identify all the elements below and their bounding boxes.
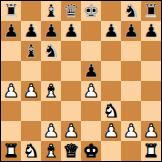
black-rook: ♜: [143, 2, 159, 20]
square-a1[interactable]: ♜: [1, 141, 21, 161]
square-e6[interactable]: [81, 41, 101, 61]
square-f7[interactable]: ♟: [101, 21, 121, 41]
black-pawn: ♟: [123, 22, 139, 40]
black-rook: ♜: [3, 2, 19, 20]
square-d3[interactable]: [61, 101, 81, 121]
square-a4[interactable]: ♟: [1, 81, 21, 101]
white-knight: ♞: [23, 142, 39, 160]
square-g6[interactable]: [121, 41, 141, 61]
white-pawn: ♟: [83, 82, 99, 100]
square-f8[interactable]: [101, 1, 121, 21]
square-d8[interactable]: ♛: [61, 1, 81, 21]
square-h2[interactable]: ♟: [141, 121, 161, 141]
square-a8[interactable]: ♜: [1, 1, 21, 21]
black-pawn: ♟: [3, 22, 19, 40]
square-e3[interactable]: [81, 101, 101, 121]
square-h8[interactable]: ♜: [141, 1, 161, 21]
square-d7[interactable]: ♟: [61, 21, 81, 41]
square-g3[interactable]: [121, 101, 141, 121]
black-knight: ♞: [123, 2, 139, 20]
square-h1[interactable]: ♜: [141, 141, 161, 161]
square-b1[interactable]: ♞: [21, 141, 41, 161]
square-d5[interactable]: [61, 61, 81, 81]
square-e2[interactable]: [81, 121, 101, 141]
white-pawn: ♟: [3, 82, 19, 100]
chessboard-screenshot: ♜♝♛♚♞♜♟♟♟♟♟♟♟♝♞♟♟♟♝♟♞♟♟♟♟♟♜♞♝♛♚♜: [0, 0, 162, 162]
square-f5[interactable]: [101, 61, 121, 81]
white-rook: ♜: [3, 142, 19, 160]
black-pawn: ♟: [43, 22, 59, 40]
square-c4[interactable]: ♝: [41, 81, 61, 101]
square-g7[interactable]: ♟: [121, 21, 141, 41]
black-king: ♚: [83, 2, 99, 20]
square-g8[interactable]: ♞: [121, 1, 141, 21]
square-e4[interactable]: ♟: [81, 81, 101, 101]
square-e1[interactable]: ♚: [81, 141, 101, 161]
square-b3[interactable]: [21, 101, 41, 121]
white-knight: ♞: [103, 102, 119, 120]
square-g1[interactable]: [121, 141, 141, 161]
square-e8[interactable]: ♚: [81, 1, 101, 21]
square-a7[interactable]: ♟: [1, 21, 21, 41]
white-bishop: ♝: [43, 142, 59, 160]
square-c8[interactable]: ♝: [41, 1, 61, 21]
square-c3[interactable]: [41, 101, 61, 121]
white-bishop: ♝: [43, 82, 59, 100]
square-a5[interactable]: [1, 61, 21, 81]
black-pawn: ♟: [103, 22, 119, 40]
square-f6[interactable]: [101, 41, 121, 61]
square-d4[interactable]: [61, 81, 81, 101]
white-rook: ♜: [143, 142, 159, 160]
black-pawn: ♟: [143, 22, 159, 40]
black-knight: ♞: [43, 42, 59, 60]
square-e7[interactable]: [81, 21, 101, 41]
square-h5[interactable]: [141, 61, 161, 81]
square-d6[interactable]: [61, 41, 81, 61]
white-pawn: ♟: [63, 122, 79, 140]
white-pawn: ♟: [143, 122, 159, 140]
square-g2[interactable]: ♟: [121, 121, 141, 141]
black-pawn: ♟: [23, 22, 39, 40]
square-f2[interactable]: ♟: [101, 121, 121, 141]
square-h7[interactable]: ♟: [141, 21, 161, 41]
square-f3[interactable]: ♞: [101, 101, 121, 121]
chess-board: ♜♝♛♚♞♜♟♟♟♟♟♟♟♝♞♟♟♟♝♟♞♟♟♟♟♟♜♞♝♛♚♜: [0, 0, 162, 162]
square-c6[interactable]: ♞: [41, 41, 61, 61]
black-pawn: ♟: [63, 22, 79, 40]
square-g4[interactable]: [121, 81, 141, 101]
square-g5[interactable]: [121, 61, 141, 81]
square-b4[interactable]: ♟: [21, 81, 41, 101]
black-queen: ♛: [63, 2, 79, 20]
white-king: ♚: [83, 142, 99, 160]
square-h4[interactable]: [141, 81, 161, 101]
square-c5[interactable]: [41, 61, 61, 81]
square-e5[interactable]: ♟: [81, 61, 101, 81]
square-b7[interactable]: ♟: [21, 21, 41, 41]
square-a2[interactable]: [1, 121, 21, 141]
square-d2[interactable]: ♟: [61, 121, 81, 141]
square-a6[interactable]: [1, 41, 21, 61]
white-pawn: ♟: [103, 122, 119, 140]
white-pawn: ♟: [23, 82, 39, 100]
square-b5[interactable]: [21, 61, 41, 81]
square-c2[interactable]: ♟: [41, 121, 61, 141]
white-queen: ♛: [63, 142, 79, 160]
black-pawn: ♟: [83, 62, 99, 80]
black-bishop: ♝: [23, 42, 39, 60]
white-pawn: ♟: [43, 122, 59, 140]
square-c1[interactable]: ♝: [41, 141, 61, 161]
square-h3[interactable]: [141, 101, 161, 121]
square-b8[interactable]: [21, 1, 41, 21]
square-d1[interactable]: ♛: [61, 141, 81, 161]
square-c7[interactable]: ♟: [41, 21, 61, 41]
square-f4[interactable]: [101, 81, 121, 101]
square-b2[interactable]: [21, 121, 41, 141]
white-pawn: ♟: [123, 122, 139, 140]
square-f1[interactable]: [101, 141, 121, 161]
square-b6[interactable]: ♝: [21, 41, 41, 61]
square-h6[interactable]: [141, 41, 161, 61]
black-bishop: ♝: [43, 2, 59, 20]
square-a3[interactable]: [1, 101, 21, 121]
